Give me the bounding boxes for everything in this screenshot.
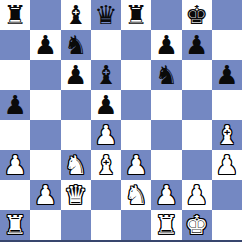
square-h6[interactable]: ♟	[212, 60, 242, 90]
black-pawn[interactable]: ♟	[3, 90, 26, 120]
white-pawn[interactable]: ♟	[94, 120, 117, 150]
white-pawn[interactable]: ♟	[155, 180, 178, 210]
square-a2[interactable]	[0, 180, 30, 210]
square-a4[interactable]	[0, 120, 30, 150]
square-e3[interactable]: ♟	[121, 150, 151, 180]
square-h5[interactable]	[212, 90, 242, 120]
white-bishop[interactable]: ♝	[94, 150, 117, 180]
white-knight[interactable]: ♞	[124, 180, 147, 210]
square-g8[interactable]: ♚	[182, 0, 212, 30]
square-g5[interactable]	[182, 90, 212, 120]
black-pawn[interactable]: ♟	[64, 60, 87, 90]
square-f4[interactable]	[151, 120, 181, 150]
black-bishop[interactable]: ♝	[64, 0, 87, 30]
black-bishop[interactable]: ♝	[94, 60, 117, 90]
square-d4[interactable]: ♟	[91, 120, 121, 150]
square-g1[interactable]: ♚	[182, 210, 212, 240]
chess-board: ♜♝♛♜♚♟♞♟♟♟♝♞♟♟♟♟♝♟♞♝♟♟♟♛♞♟♟♜♜♚	[0, 0, 242, 242]
white-king[interactable]: ♚	[185, 210, 208, 240]
square-c7[interactable]: ♞	[61, 30, 91, 60]
square-d5[interactable]: ♟	[91, 90, 121, 120]
square-d6[interactable]: ♝	[91, 60, 121, 90]
square-a5[interactable]: ♟	[0, 90, 30, 120]
square-c3[interactable]: ♞	[61, 150, 91, 180]
square-g4[interactable]	[182, 120, 212, 150]
square-c5[interactable]	[61, 90, 91, 120]
square-a3[interactable]: ♟	[0, 150, 30, 180]
square-h3[interactable]: ♟	[212, 150, 242, 180]
square-b6[interactable]	[30, 60, 60, 90]
square-e4[interactable]	[121, 120, 151, 150]
white-pawn[interactable]: ♟	[3, 150, 26, 180]
square-g2[interactable]: ♟	[182, 180, 212, 210]
white-pawn[interactable]: ♟	[34, 180, 57, 210]
square-b4[interactable]	[30, 120, 60, 150]
square-b1[interactable]	[30, 210, 60, 240]
square-f7[interactable]: ♟	[151, 30, 181, 60]
square-a6[interactable]	[0, 60, 30, 90]
black-rook[interactable]: ♜	[124, 0, 147, 30]
square-e7[interactable]	[121, 30, 151, 60]
black-queen[interactable]: ♛	[94, 0, 117, 30]
square-h2[interactable]	[212, 180, 242, 210]
square-g7[interactable]: ♟	[182, 30, 212, 60]
square-h4[interactable]: ♝	[212, 120, 242, 150]
square-f1[interactable]: ♜	[151, 210, 181, 240]
square-c1[interactable]	[61, 210, 91, 240]
square-g6[interactable]	[182, 60, 212, 90]
square-f6[interactable]: ♞	[151, 60, 181, 90]
black-pawn[interactable]: ♟	[185, 30, 208, 60]
black-pawn[interactable]: ♟	[155, 30, 178, 60]
square-d3[interactable]: ♝	[91, 150, 121, 180]
white-pawn[interactable]: ♟	[124, 150, 147, 180]
square-a8[interactable]: ♜	[0, 0, 30, 30]
black-pawn[interactable]: ♟	[34, 30, 57, 60]
square-c6[interactable]: ♟	[61, 60, 91, 90]
square-b5[interactable]	[30, 90, 60, 120]
black-knight[interactable]: ♞	[64, 30, 87, 60]
square-f5[interactable]	[151, 90, 181, 120]
square-d1[interactable]	[91, 210, 121, 240]
white-queen[interactable]: ♛	[64, 180, 87, 210]
square-b7[interactable]: ♟	[30, 30, 60, 60]
square-b2[interactable]: ♟	[30, 180, 60, 210]
square-b3[interactable]	[30, 150, 60, 180]
square-h8[interactable]	[212, 0, 242, 30]
white-knight[interactable]: ♞	[64, 150, 87, 180]
square-f3[interactable]	[151, 150, 181, 180]
white-pawn[interactable]: ♟	[215, 150, 238, 180]
square-c8[interactable]: ♝	[61, 0, 91, 30]
black-pawn[interactable]: ♟	[94, 90, 117, 120]
square-e6[interactable]	[121, 60, 151, 90]
black-knight[interactable]: ♞	[155, 60, 178, 90]
square-f8[interactable]	[151, 0, 181, 30]
square-h1[interactable]	[212, 210, 242, 240]
square-e2[interactable]: ♞	[121, 180, 151, 210]
black-pawn[interactable]: ♟	[215, 60, 238, 90]
white-rook[interactable]: ♜	[3, 210, 26, 240]
white-pawn[interactable]: ♟	[185, 180, 208, 210]
black-rook[interactable]: ♜	[3, 0, 26, 30]
square-d8[interactable]: ♛	[91, 0, 121, 30]
square-g3[interactable]	[182, 150, 212, 180]
square-f2[interactable]: ♟	[151, 180, 181, 210]
square-c4[interactable]	[61, 120, 91, 150]
square-e8[interactable]: ♜	[121, 0, 151, 30]
black-king[interactable]: ♚	[185, 0, 208, 30]
square-e5[interactable]	[121, 90, 151, 120]
square-b8[interactable]	[30, 0, 60, 30]
white-rook[interactable]: ♜	[155, 210, 178, 240]
white-bishop[interactable]: ♝	[215, 120, 238, 150]
square-c2[interactable]: ♛	[61, 180, 91, 210]
square-a1[interactable]: ♜	[0, 210, 30, 240]
square-d2[interactable]	[91, 180, 121, 210]
square-h7[interactable]	[212, 30, 242, 60]
square-a7[interactable]	[0, 30, 30, 60]
square-d7[interactable]	[91, 30, 121, 60]
square-e1[interactable]	[121, 210, 151, 240]
